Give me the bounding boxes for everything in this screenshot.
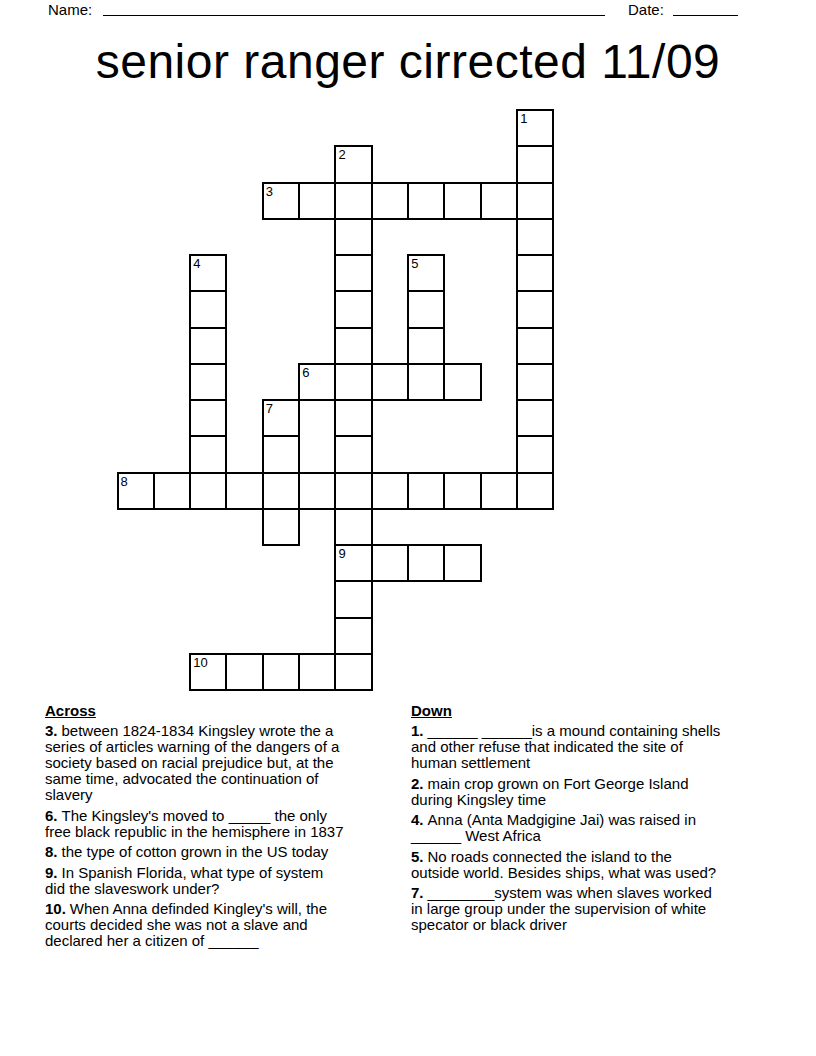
clue-item: 10.When Anna definded Kingley's will, th… bbox=[45, 901, 411, 949]
down-clues-section: Down 1.______ ______is a mound containin… bbox=[411, 702, 777, 938]
clue-number-label: 8 bbox=[121, 475, 128, 488]
clue-number-label: 1 bbox=[520, 112, 527, 125]
grid-cell[interactable] bbox=[516, 472, 554, 510]
clue-item-number: 10. bbox=[45, 900, 66, 917]
grid-cell[interactable] bbox=[480, 472, 518, 510]
grid-cell[interactable] bbox=[334, 290, 372, 328]
across-heading: Across bbox=[45, 702, 411, 720]
grid-cell[interactable] bbox=[262, 435, 300, 473]
grid-cell[interactable] bbox=[516, 145, 554, 183]
grid-cell[interactable] bbox=[262, 508, 300, 546]
grid-cell[interactable] bbox=[189, 399, 227, 437]
grid-cell[interactable] bbox=[371, 544, 409, 582]
grid-cell[interactable] bbox=[153, 472, 191, 510]
grid-cell[interactable] bbox=[189, 290, 227, 328]
clue-item: 6.The Kingsley's moved to _____ the only… bbox=[45, 808, 411, 840]
grid-cell[interactable] bbox=[516, 182, 554, 220]
clue-number-label: 6 bbox=[302, 366, 309, 379]
grid-cell[interactable] bbox=[516, 399, 554, 437]
grid-cell[interactable] bbox=[334, 218, 372, 256]
clue-item: 1.______ ______is a mound containing she… bbox=[411, 723, 777, 771]
clue-item-number: 5. bbox=[411, 848, 424, 865]
grid-cell[interactable] bbox=[407, 290, 445, 328]
grid-cell[interactable] bbox=[407, 544, 445, 582]
clue-item-text: In Spanish Florida, what type of system … bbox=[45, 864, 323, 897]
grid-cell[interactable] bbox=[443, 363, 481, 401]
clue-item-number: 4. bbox=[411, 811, 424, 828]
grid-cell[interactable] bbox=[516, 327, 554, 365]
grid-cell[interactable] bbox=[189, 472, 227, 510]
clue-number-label: 9 bbox=[338, 547, 345, 560]
clue-item: 2.main crop grown on Fort George Island … bbox=[411, 776, 777, 808]
clue-item-number: 8. bbox=[45, 843, 58, 860]
grid-cell[interactable] bbox=[298, 653, 336, 691]
across-clue-list: 3.between 1824-1834 Kingsley wrote the a… bbox=[45, 723, 411, 949]
clue-item-text: The Kingsley's moved to _____ the only f… bbox=[45, 807, 344, 840]
clue-item: 8.the type of cotton grown in the US tod… bbox=[45, 844, 411, 860]
clue-item: 7.________system was when slaves worked … bbox=[411, 885, 777, 933]
grid-cell[interactable] bbox=[334, 580, 372, 618]
grid-cell[interactable] bbox=[225, 472, 263, 510]
grid-cell[interactable] bbox=[334, 472, 372, 510]
clue-number-label: 5 bbox=[411, 257, 418, 270]
down-clue-list: 1.______ ______is a mound containing she… bbox=[411, 723, 777, 933]
grid-cell[interactable] bbox=[371, 363, 409, 401]
grid-cell[interactable] bbox=[225, 653, 263, 691]
clue-number-label: 2 bbox=[338, 148, 345, 161]
grid-cell[interactable] bbox=[443, 544, 481, 582]
grid-cell[interactable] bbox=[407, 327, 445, 365]
grid-cell[interactable] bbox=[480, 182, 518, 220]
clue-item-number: 9. bbox=[45, 864, 58, 881]
grid-cell[interactable] bbox=[334, 182, 372, 220]
clue-item: 5.No roads connected the island to the o… bbox=[411, 849, 777, 881]
clue-item-text: Anna (Anta Madgigine Jai) was raised in … bbox=[411, 811, 696, 844]
grid-cell[interactable] bbox=[443, 182, 481, 220]
grid-cell[interactable] bbox=[407, 182, 445, 220]
grid-cell[interactable] bbox=[298, 472, 336, 510]
grid-cell[interactable] bbox=[407, 363, 445, 401]
clue-item-text: between 1824-1834 Kingsley wrote the a s… bbox=[45, 722, 339, 803]
grid-cell[interactable] bbox=[298, 182, 336, 220]
grid-cell[interactable] bbox=[262, 472, 300, 510]
grid-cell[interactable] bbox=[516, 290, 554, 328]
grid-cell[interactable] bbox=[334, 399, 372, 437]
grid-cell[interactable] bbox=[407, 472, 445, 510]
grid-cell[interactable] bbox=[262, 653, 300, 691]
worksheet-page: { "game": "crossword", "title": "senior … bbox=[0, 0, 816, 1056]
grid-cell[interactable] bbox=[371, 182, 409, 220]
clue-item-number: 1. bbox=[411, 722, 424, 739]
clue-item-text: main crop grown on Fort George Island du… bbox=[411, 775, 688, 808]
clue-number-label: 3 bbox=[266, 185, 273, 198]
clue-item-text: ______ ______is a mound containing shell… bbox=[411, 722, 720, 771]
grid-cell[interactable] bbox=[334, 508, 372, 546]
clue-item-number: 6. bbox=[45, 807, 58, 824]
clue-item-text: No roads connected the island to the out… bbox=[411, 848, 716, 881]
grid-cell[interactable] bbox=[443, 472, 481, 510]
clue-item-number: 7. bbox=[411, 884, 424, 901]
grid-cell[interactable] bbox=[516, 254, 554, 292]
clue-item-text: ________system was when slaves worked in… bbox=[411, 884, 712, 933]
clue-item-number: 2. bbox=[411, 775, 424, 792]
grid-cell[interactable] bbox=[189, 363, 227, 401]
clue-item-number: 3. bbox=[45, 722, 58, 739]
grid-cell[interactable] bbox=[189, 327, 227, 365]
grid-cell[interactable] bbox=[334, 327, 372, 365]
grid-cell[interactable] bbox=[371, 472, 409, 510]
grid-cell[interactable] bbox=[516, 363, 554, 401]
clue-item-text: When Anna definded Kingley's will, the c… bbox=[45, 900, 327, 949]
clue-item: 3.between 1824-1834 Kingsley wrote the a… bbox=[45, 723, 411, 803]
grid-cell[interactable] bbox=[334, 653, 372, 691]
clue-number-label: 10 bbox=[193, 656, 207, 669]
down-heading: Down bbox=[411, 702, 777, 720]
grid-cell[interactable] bbox=[189, 435, 227, 473]
clue-item-text: the type of cotton grown in the US today bbox=[62, 843, 329, 860]
clue-item: 4.Anna (Anta Madgigine Jai) was raised i… bbox=[411, 812, 777, 844]
grid-cell[interactable] bbox=[334, 254, 372, 292]
grid-cell[interactable] bbox=[516, 435, 554, 473]
grid-cell[interactable] bbox=[334, 617, 372, 655]
clue-number-label: 4 bbox=[193, 257, 200, 270]
grid-cell[interactable] bbox=[334, 363, 372, 401]
grid-cell[interactable] bbox=[516, 218, 554, 256]
clue-item: 9.In Spanish Florida, what type of syste… bbox=[45, 865, 411, 897]
clue-number-label: 7 bbox=[266, 402, 273, 415]
grid-cell[interactable] bbox=[334, 435, 372, 473]
across-clues-section: Across 3.between 1824-1834 Kingsley wrot… bbox=[45, 702, 411, 954]
